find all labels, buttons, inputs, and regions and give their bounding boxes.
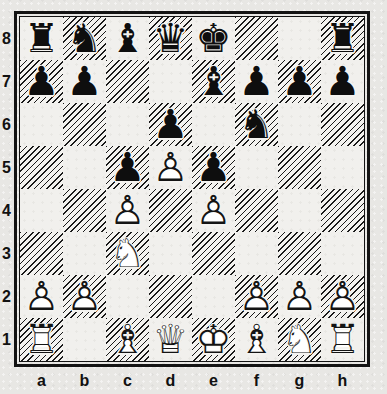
square-c1: ♝♗ [106,318,149,361]
square-a5 [20,146,63,189]
piece-glyph: ♞ [63,17,106,60]
square-h4 [321,189,364,232]
piece-glyph: ♟ [278,60,321,103]
file-label-b: b [63,371,106,391]
square-g2: ♟♙ [278,275,321,318]
piece-glyph: ♟ [149,103,192,146]
square-h8: ♜ [321,17,364,60]
black-pawn-h7: ♟ [321,60,364,103]
rank-label-5: 5 [0,146,13,189]
piece-glyph: ♟ [192,146,235,189]
piece-glyph: ♟ [321,60,364,103]
square-c2 [106,275,149,318]
black-knight-f6: ♞ [235,103,278,146]
square-f7: ♟ [235,60,278,103]
square-h2: ♟♙ [321,275,364,318]
black-pawn-f7: ♟ [235,60,278,103]
piece-glyph: ♟ [106,146,149,189]
square-b3 [63,232,106,275]
white-bishop-f1: ♝♗ [235,318,278,361]
white-knight-g1: ♞♘ [278,318,321,361]
square-d4 [149,189,192,232]
black-knight-b8: ♞ [63,17,106,60]
file-labels: abcdefgh [20,371,364,391]
square-a2: ♟♙ [20,275,63,318]
file-label-d: d [149,371,192,391]
chess-board: ♜♞♝♛♚♜♟♟♝♟♟♟♟♞♟♟♙♟♟♙♟♙♞♘♟♙♟♙♟♙♟♙♟♙♜♖♝♗♛♕… [20,17,364,361]
square-a6 [20,103,63,146]
rank-label-7: 7 [0,60,13,103]
piece-outline-glyph: ♕ [149,318,192,361]
square-g3 [278,232,321,275]
square-a1: ♜♖ [20,318,63,361]
square-f8 [235,17,278,60]
piece-outline-glyph: ♗ [235,318,278,361]
square-c6 [106,103,149,146]
square-b6 [63,103,106,146]
piece-outline-glyph: ♙ [106,189,149,232]
square-f6: ♞ [235,103,278,146]
square-g4 [278,189,321,232]
white-pawn-d5: ♟♙ [149,146,192,189]
square-a3 [20,232,63,275]
square-c5: ♟ [106,146,149,189]
rank-label-1: 1 [0,318,13,361]
piece-glyph: ♞ [235,103,278,146]
white-knight-c3: ♞♘ [106,232,149,275]
square-e1: ♚♔ [192,318,235,361]
piece-outline-glyph: ♙ [235,275,278,318]
piece-glyph: ♟ [235,60,278,103]
black-rook-h8: ♜ [321,17,364,60]
white-pawn-f2: ♟♙ [235,275,278,318]
piece-glyph: ♟ [63,60,106,103]
square-h5 [321,146,364,189]
piece-glyph: ♛ [149,17,192,60]
black-king-e8: ♚ [192,17,235,60]
square-d1: ♛♕ [149,318,192,361]
black-rook-a8: ♜ [20,17,63,60]
square-b4 [63,189,106,232]
rank-label-2: 2 [0,275,13,318]
square-e5: ♟ [192,146,235,189]
square-f2: ♟♙ [235,275,278,318]
square-d6: ♟ [149,103,192,146]
board-frame: ♜♞♝♛♚♜♟♟♝♟♟♟♟♞♟♟♙♟♟♙♟♙♞♘♟♙♟♙♟♙♟♙♟♙♜♖♝♗♛♕… [14,11,370,367]
piece-glyph: ♟ [20,60,63,103]
square-g7: ♟ [278,60,321,103]
square-e3 [192,232,235,275]
piece-outline-glyph: ♖ [20,318,63,361]
square-f3 [235,232,278,275]
square-g6 [278,103,321,146]
white-pawn-a2: ♟♙ [20,275,63,318]
square-f5 [235,146,278,189]
white-pawn-b2: ♟♙ [63,275,106,318]
white-rook-a1: ♜♖ [20,318,63,361]
rank-label-3: 3 [0,232,13,275]
piece-outline-glyph: ♘ [106,232,149,275]
chess-diagram: 87654321 ♜♞♝♛♚♜♟♟♝♟♟♟♟♞♟♟♙♟♟♙♟♙♞♘♟♙♟♙♟♙♟… [0,0,387,394]
square-f4 [235,189,278,232]
square-g5 [278,146,321,189]
piece-glyph: ♜ [321,17,364,60]
piece-glyph: ♝ [106,17,149,60]
square-b8: ♞ [63,17,106,60]
piece-glyph: ♝ [192,60,235,103]
white-bishop-c1: ♝♗ [106,318,149,361]
square-b7: ♟ [63,60,106,103]
file-label-f: f [235,371,278,391]
black-pawn-c5: ♟ [106,146,149,189]
square-h3 [321,232,364,275]
file-label-c: c [106,371,149,391]
square-g8 [278,17,321,60]
rank-label-4: 4 [0,189,13,232]
black-pawn-a7: ♟ [20,60,63,103]
square-e6 [192,103,235,146]
black-pawn-d6: ♟ [149,103,192,146]
piece-outline-glyph: ♙ [192,189,235,232]
square-e4: ♟♙ [192,189,235,232]
square-d3 [149,232,192,275]
square-h7: ♟ [321,60,364,103]
black-pawn-g7: ♟ [278,60,321,103]
square-d2 [149,275,192,318]
square-d5: ♟♙ [149,146,192,189]
square-c4: ♟♙ [106,189,149,232]
piece-glyph: ♚ [192,17,235,60]
square-e8: ♚ [192,17,235,60]
piece-outline-glyph: ♙ [63,275,106,318]
piece-outline-glyph: ♙ [149,146,192,189]
white-queen-d1: ♛♕ [149,318,192,361]
square-h6 [321,103,364,146]
board-border: ♜♞♝♛♚♜♟♟♝♟♟♟♟♞♟♟♙♟♟♙♟♙♞♘♟♙♟♙♟♙♟♙♟♙♜♖♝♗♛♕… [19,16,365,362]
black-queen-d8: ♛ [149,17,192,60]
piece-outline-glyph: ♘ [278,318,321,361]
piece-outline-glyph: ♙ [321,275,364,318]
square-a4 [20,189,63,232]
square-h1: ♜♖ [321,318,364,361]
piece-outline-glyph: ♔ [192,318,235,361]
white-pawn-e4: ♟♙ [192,189,235,232]
black-bishop-c8: ♝ [106,17,149,60]
square-a7: ♟ [20,60,63,103]
piece-outline-glyph: ♗ [106,318,149,361]
file-label-g: g [278,371,321,391]
black-pawn-b7: ♟ [63,60,106,103]
black-pawn-e5: ♟ [192,146,235,189]
square-f1: ♝♗ [235,318,278,361]
black-bishop-e7: ♝ [192,60,235,103]
white-king-e1: ♚♔ [192,318,235,361]
piece-glyph: ♜ [20,17,63,60]
white-pawn-h2: ♟♙ [321,275,364,318]
rank-label-8: 8 [0,17,13,60]
white-pawn-c4: ♟♙ [106,189,149,232]
square-c8: ♝ [106,17,149,60]
square-e7: ♝ [192,60,235,103]
square-b1 [63,318,106,361]
piece-outline-glyph: ♖ [321,318,364,361]
square-d7 [149,60,192,103]
file-label-h: h [321,371,364,391]
rank-label-6: 6 [0,103,13,146]
white-pawn-g2: ♟♙ [278,275,321,318]
square-c3: ♞♘ [106,232,149,275]
file-label-a: a [20,371,63,391]
file-label-e: e [192,371,235,391]
square-a8: ♜ [20,17,63,60]
square-e2 [192,275,235,318]
piece-outline-glyph: ♙ [20,275,63,318]
square-b5 [63,146,106,189]
square-b2: ♟♙ [63,275,106,318]
square-c7 [106,60,149,103]
square-d8: ♛ [149,17,192,60]
rank-labels: 87654321 [0,17,13,361]
piece-outline-glyph: ♙ [278,275,321,318]
square-g1: ♞♘ [278,318,321,361]
white-rook-h1: ♜♖ [321,318,364,361]
